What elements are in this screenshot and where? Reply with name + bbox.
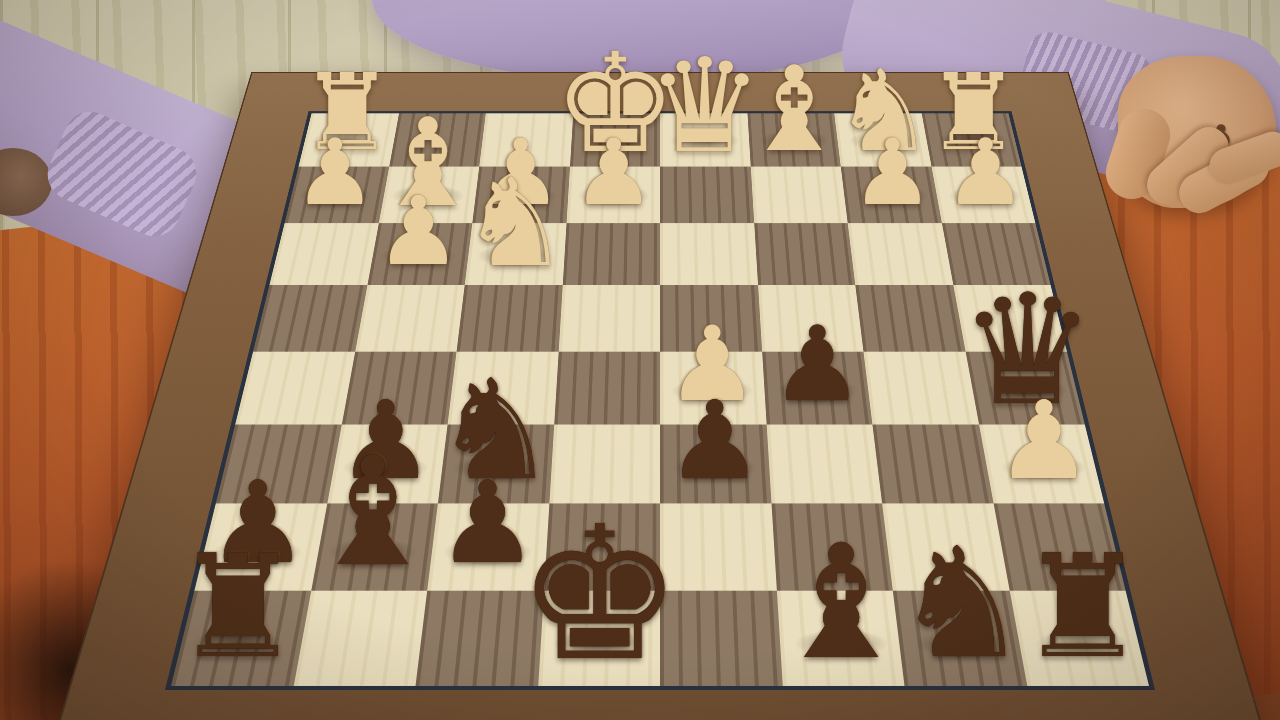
black-pawn-c5[interactable]: ♟ [771, 313, 864, 417]
white-pawn-h2[interactable]: ♟ [294, 127, 376, 219]
white-knight-f3[interactable]: ♞ [460, 163, 569, 285]
black-bishop-g7[interactable]: ♝ [305, 437, 440, 587]
white-pawn-b2[interactable]: ♟ [851, 127, 933, 219]
black-king-e8[interactable]: ♚ [517, 502, 683, 687]
square-d3[interactable] [660, 223, 758, 285]
white-pawn-g3[interactable]: ♟ [376, 184, 461, 279]
black-rook-h8[interactable]: ♜ [174, 536, 302, 678]
black-rook-a8[interactable]: ♜ [1019, 536, 1147, 678]
square-g4[interactable] [355, 285, 465, 352]
white-pawn-a2[interactable]: ♟ [944, 127, 1026, 219]
square-e5[interactable] [554, 352, 660, 425]
square-c6[interactable] [766, 424, 882, 503]
square-h3[interactable] [269, 223, 378, 285]
square-e4[interactable] [558, 285, 660, 352]
white-pawn-a6[interactable]: ♟ [996, 387, 1093, 495]
square-c3[interactable] [754, 223, 855, 285]
square-b4[interactable] [855, 285, 965, 352]
square-g8[interactable] [293, 590, 427, 686]
black-knight-b8[interactable]: ♞ [893, 528, 1029, 680]
square-h4[interactable] [253, 285, 367, 352]
white-pawn-e2[interactable]: ♟ [572, 127, 654, 219]
square-e3[interactable] [562, 223, 660, 285]
square-b3[interactable] [848, 223, 953, 285]
square-f4[interactable] [457, 285, 563, 352]
black-bishop-c8[interactable]: ♝ [770, 524, 912, 682]
black-pawn-d6[interactable]: ♟ [666, 387, 763, 495]
